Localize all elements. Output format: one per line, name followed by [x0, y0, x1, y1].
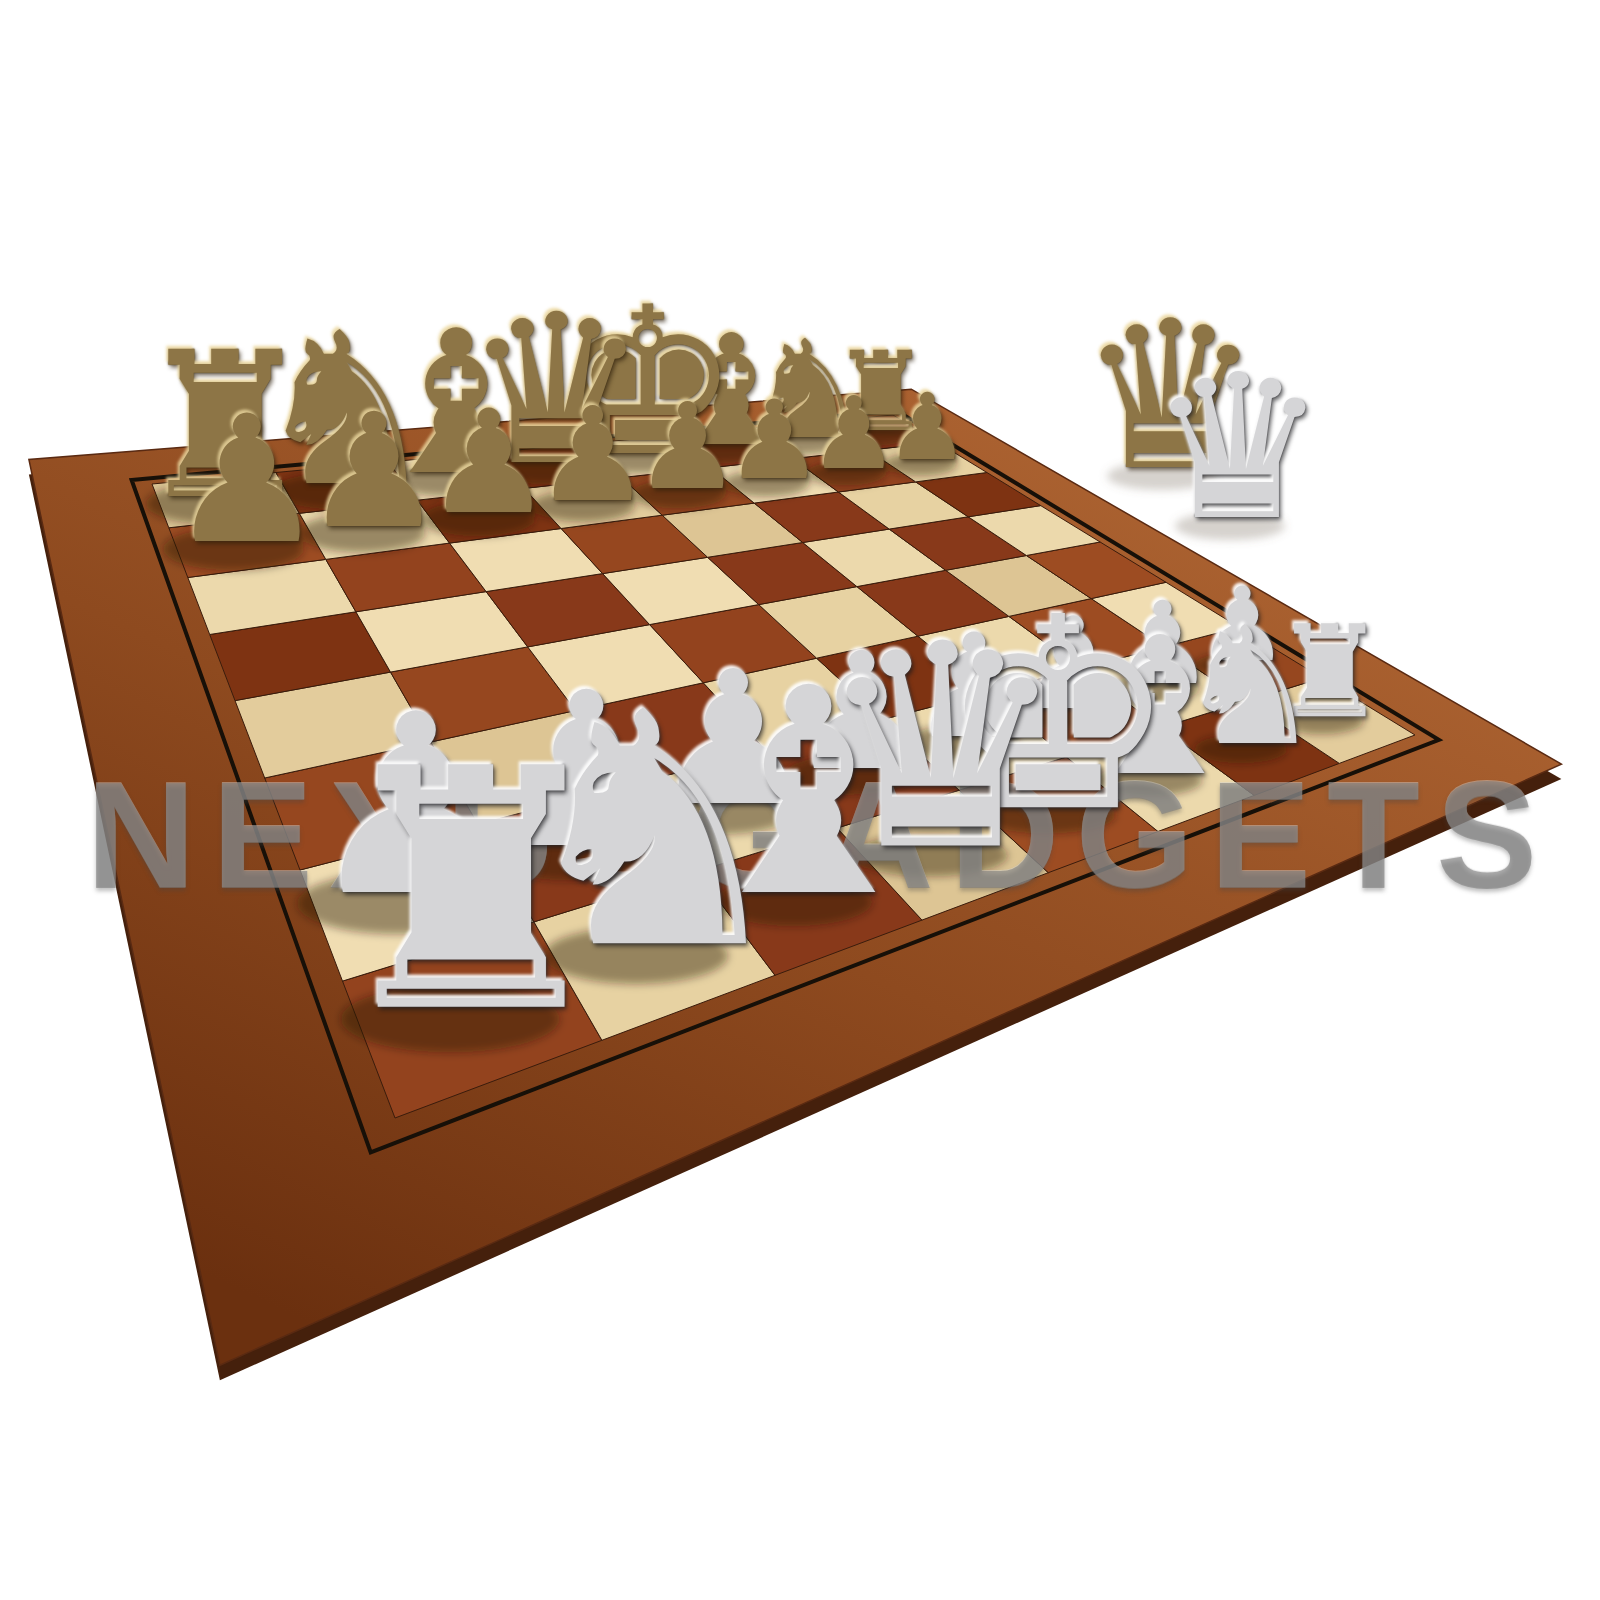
piece-black-pawn-a7[interactable]: ♟ [168, 392, 326, 568]
product-photo: NEXUSGADGETS ♜♞♝♛♚♝♞♜♟♟♟♟♟♟♟♟♟♟♟♟♟♟♟♟♜♞♝… [0, 0, 1600, 1600]
spare-chrome-queen[interactable]: ♛ [1148, 348, 1327, 548]
piece-white-rook-a1[interactable]: ♜ [322, 725, 620, 1057]
